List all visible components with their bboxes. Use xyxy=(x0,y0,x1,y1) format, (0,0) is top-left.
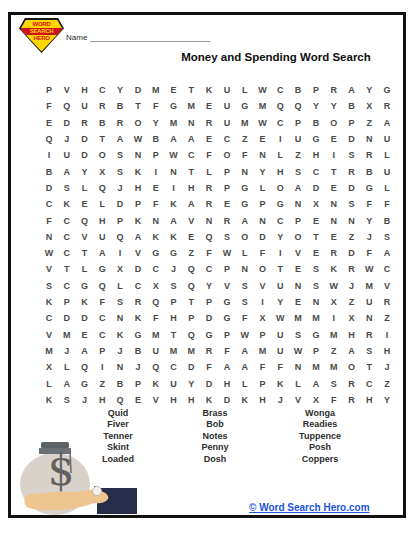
grid-cell: T xyxy=(325,163,343,179)
grid-cell: Y xyxy=(254,163,272,179)
grid-cell: T xyxy=(271,261,289,277)
grid-cell: V xyxy=(378,278,396,294)
grid-cell: R xyxy=(378,294,396,310)
grid-cell: U xyxy=(93,229,111,245)
grid-cell: E xyxy=(254,131,272,147)
grid-cell: L xyxy=(378,180,396,196)
name-label: Name xyxy=(66,33,87,42)
grid-cell: T xyxy=(182,163,200,179)
name-row: Name ___________________________ xyxy=(66,33,210,42)
grid-cell: G xyxy=(236,196,254,212)
grid-cell: N xyxy=(236,261,254,277)
grid-cell: W xyxy=(129,131,147,147)
grid-cell: E xyxy=(182,229,200,245)
word-item: Wonga xyxy=(260,408,380,419)
grid-cell: P xyxy=(218,261,236,277)
grid-cell: Y xyxy=(271,229,289,245)
grid-cell: K xyxy=(165,229,183,245)
grid-cell: A xyxy=(58,375,76,391)
grid-cell: L xyxy=(378,147,396,163)
grid-cell: R xyxy=(343,163,361,179)
grid-cell: R xyxy=(76,115,94,131)
grid-cell: X xyxy=(254,310,272,326)
grid-cell: L xyxy=(76,261,94,277)
grid-cell: Y xyxy=(325,98,343,114)
grid-cell: Q xyxy=(58,98,76,114)
grid-cell: K xyxy=(58,196,76,212)
grid-cell: C xyxy=(93,82,111,98)
grid-cell: H xyxy=(165,392,183,408)
grid-cell: R xyxy=(343,261,361,277)
grid-cell: A xyxy=(218,359,236,375)
grid-cell: N xyxy=(343,212,361,228)
grid-cell: F xyxy=(147,98,165,114)
grid-cell: I xyxy=(378,326,396,342)
grid-cell: W xyxy=(236,326,254,342)
grid-cell: H xyxy=(129,180,147,196)
grid-cell: E xyxy=(129,392,147,408)
grid-cell: B xyxy=(40,163,58,179)
grid-cell: N xyxy=(254,212,272,228)
grid-cell: D xyxy=(129,261,147,277)
grid-cell: R xyxy=(325,245,343,261)
grid-cell: S xyxy=(111,294,129,310)
grid-cell: R xyxy=(343,375,361,391)
grid-cell: P xyxy=(129,375,147,391)
grid-cell: G xyxy=(271,196,289,212)
grid-cell: Q xyxy=(93,180,111,196)
grid-cell: N xyxy=(360,131,378,147)
grid-cell: L xyxy=(76,180,94,196)
grid-cell: M xyxy=(307,310,325,326)
grid-cell: K xyxy=(76,294,94,310)
grid-cell: L xyxy=(236,82,254,98)
grid-cell: S xyxy=(236,278,254,294)
grid-cell: V xyxy=(129,245,147,261)
grid-cell: Z xyxy=(360,115,378,131)
grid-cell: O xyxy=(254,261,272,277)
grid-cell: P xyxy=(58,294,76,310)
grid-cell: C xyxy=(93,310,111,326)
grid-cell: T xyxy=(76,245,94,261)
grid-cell: N xyxy=(40,229,58,245)
grid-cell: W xyxy=(165,147,183,163)
grid-cell: U xyxy=(271,278,289,294)
grid-cell: R xyxy=(129,294,147,310)
grid-cell: C xyxy=(93,326,111,342)
grid-cell: Q xyxy=(93,278,111,294)
grid-cell: X xyxy=(111,261,129,277)
grid-cell: K xyxy=(271,375,289,391)
grid-cell: D xyxy=(200,375,218,391)
word-search-hero-link[interactable]: © Word Search Hero.com xyxy=(249,502,370,513)
grid-cell: C xyxy=(58,278,76,294)
grid-cell: R xyxy=(200,196,218,212)
grid-cell: L xyxy=(236,245,254,261)
grid-cell: D xyxy=(343,131,361,147)
grid-cell: F xyxy=(93,294,111,310)
grid-cell: U xyxy=(58,147,76,163)
grid-cell: A xyxy=(343,343,361,359)
grid-cell: R xyxy=(111,115,129,131)
grid-cell: Z xyxy=(343,294,361,310)
grid-cell: J xyxy=(343,278,361,294)
grid-cell: W xyxy=(360,261,378,277)
word-item: Penny xyxy=(155,442,275,453)
grid-cell: E xyxy=(165,82,183,98)
grid-cell: F xyxy=(40,212,58,228)
grid-cell: F xyxy=(200,245,218,261)
grid-cell: E xyxy=(325,180,343,196)
grid-cell: C xyxy=(40,196,58,212)
grid-cell: I xyxy=(165,180,183,196)
grid-cell: G xyxy=(307,131,325,147)
grid-cell: U xyxy=(218,115,236,131)
grid-cell: A xyxy=(76,343,94,359)
grid-cell: V xyxy=(58,82,76,98)
grid-cell: E xyxy=(147,180,165,196)
grid-cell: F xyxy=(360,196,378,212)
grid-cell: G xyxy=(200,326,218,342)
grid-cell: P xyxy=(200,294,218,310)
grid-cell: S xyxy=(58,392,76,408)
grid-cell: A xyxy=(378,115,396,131)
grid-cell: H xyxy=(182,392,200,408)
grid-cell: B xyxy=(111,98,129,114)
grid-cell: F xyxy=(254,245,272,261)
grid-cell: H xyxy=(378,343,396,359)
grid-cell: O xyxy=(325,115,343,131)
grid-cell: Z xyxy=(236,131,254,147)
grid-cell: M xyxy=(360,278,378,294)
grid-cell: S xyxy=(111,147,129,163)
worksheet-page: WORD SEARCH HERO Name __________________… xyxy=(8,12,406,518)
grid-cell: L xyxy=(40,375,58,391)
name-blank-line[interactable]: ___________________________ xyxy=(90,33,210,42)
grid-cell: J xyxy=(165,261,183,277)
grid-cell: J xyxy=(378,359,396,375)
grid-cell: P xyxy=(289,212,307,228)
grid-cell: U xyxy=(147,343,165,359)
grid-cell: Z xyxy=(378,375,396,391)
grid-cell: C xyxy=(58,245,76,261)
grid-cell: G xyxy=(378,82,396,98)
grid-cell: S xyxy=(111,163,129,179)
grid-cell: M xyxy=(254,343,272,359)
grid-cell: Q xyxy=(182,326,200,342)
grid-cell: U xyxy=(378,131,396,147)
grid-cell: P xyxy=(289,115,307,131)
grid-cell: Y xyxy=(378,392,396,408)
grid-cell: P xyxy=(254,196,272,212)
grid-cell: P xyxy=(254,326,272,342)
grid-cell: C xyxy=(271,82,289,98)
grid-cell: L xyxy=(236,375,254,391)
grid-cell: F xyxy=(200,147,218,163)
grid-cell: G xyxy=(147,245,165,261)
grid-cell: H xyxy=(307,147,325,163)
grid-cell: E xyxy=(289,294,307,310)
grid-cell: E xyxy=(200,98,218,114)
grid-cell: C xyxy=(271,212,289,228)
grid-cell: X xyxy=(40,359,58,375)
grid-cell: F xyxy=(254,359,272,375)
grid-cell: Y xyxy=(200,278,218,294)
grid-cell: I xyxy=(325,310,343,326)
grid-cell: K xyxy=(40,392,58,408)
grid-cell: H xyxy=(93,392,111,408)
grid-cell: T xyxy=(182,82,200,98)
grid-cell: A xyxy=(165,131,183,147)
word-item: Bob xyxy=(155,419,275,430)
grid-cell: S xyxy=(40,278,58,294)
grid-cell: W xyxy=(254,82,272,98)
grid-cell: P xyxy=(307,343,325,359)
grid-cell: P xyxy=(165,294,183,310)
grid-cell: M xyxy=(147,326,165,342)
word-list-column-2: BrassBobNotesPennyDosh xyxy=(155,408,275,465)
grid-cell: Y xyxy=(182,375,200,391)
grid-cell: Y xyxy=(76,163,94,179)
grid-cell: K xyxy=(129,163,147,179)
word-item: Notes xyxy=(155,431,275,442)
grid-cell: P xyxy=(40,82,58,98)
grid-cell: B xyxy=(111,375,129,391)
grid-cell: O xyxy=(218,147,236,163)
grid-cell: N xyxy=(289,359,307,375)
grid-cell: T xyxy=(307,229,325,245)
grid-cell: U xyxy=(289,131,307,147)
grid-cell: X xyxy=(93,163,111,179)
grid-cell: L xyxy=(289,375,307,391)
grid-cell: H xyxy=(343,326,361,342)
grid-cell: P xyxy=(343,115,361,131)
grid-cell: G xyxy=(236,98,254,114)
grid-cell: G xyxy=(165,98,183,114)
grid-cell: M xyxy=(58,326,76,342)
grid-cell: D xyxy=(58,310,76,326)
grid-cell: B xyxy=(378,212,396,228)
grid-cell: Q xyxy=(76,212,94,228)
grid-cell: I xyxy=(40,147,58,163)
grid-cell: C xyxy=(307,163,325,179)
grid-cell: Q xyxy=(200,229,218,245)
grid-cell: M xyxy=(236,115,254,131)
grid-cell: Z xyxy=(325,343,343,359)
grid-cell: H xyxy=(182,180,200,196)
grid-cell: K xyxy=(200,82,218,98)
grid-cell: R xyxy=(325,82,343,98)
grid-cell: X xyxy=(360,98,378,114)
grid-cell: A xyxy=(111,131,129,147)
grid-cell: Y xyxy=(147,115,165,131)
grid-cell: F xyxy=(360,245,378,261)
grid-cell: W xyxy=(325,278,343,294)
grid-cell: N xyxy=(325,212,343,228)
grid-cell: H xyxy=(271,163,289,179)
grid-cell: V xyxy=(147,392,165,408)
grid-cell: D xyxy=(343,245,361,261)
grid-cell: S xyxy=(289,326,307,342)
logo-text-word: WORD xyxy=(33,21,51,28)
grid-cell: F xyxy=(200,359,218,375)
grid-cell: O xyxy=(236,229,254,245)
grid-cell: J xyxy=(360,229,378,245)
grid-cell: E xyxy=(289,261,307,277)
grid-cell: Z xyxy=(182,245,200,261)
word-item: Coppers xyxy=(260,454,380,465)
grid-cell: Q xyxy=(76,359,94,375)
grid-cell: F xyxy=(325,392,343,408)
grid-cell: K xyxy=(129,212,147,228)
money-bag-illustration: $ xyxy=(17,441,149,515)
grid-cell: U xyxy=(271,343,289,359)
grid-cell: A xyxy=(236,212,254,228)
word-item: Tuppence xyxy=(260,431,380,442)
grid-cell: P xyxy=(218,326,236,342)
word-item: Dosh xyxy=(155,454,275,465)
word-item: Brass xyxy=(155,408,275,419)
grid-cell: I xyxy=(325,147,343,163)
grid-cell: S xyxy=(307,278,325,294)
grid-cell: J xyxy=(111,343,129,359)
grid-cell: R xyxy=(200,180,218,196)
grid-cell: C xyxy=(58,212,76,228)
grid-cell: D xyxy=(182,359,200,375)
grid-cell: A xyxy=(307,375,325,391)
grid-cell: J xyxy=(129,359,147,375)
grid-cell: D xyxy=(111,196,129,212)
grid-cell: E xyxy=(200,131,218,147)
grid-cell: O xyxy=(271,180,289,196)
grid-cell: H xyxy=(360,392,378,408)
grid-cell: T xyxy=(58,261,76,277)
grid-cell: V xyxy=(40,326,58,342)
grid-cell: T xyxy=(93,131,111,147)
grid-cell: P xyxy=(147,147,165,163)
grid-cell: T xyxy=(182,294,200,310)
grid-cell: U xyxy=(218,98,236,114)
grid-cell: A xyxy=(236,359,254,375)
grid-cell: M xyxy=(182,98,200,114)
grid-cell: G xyxy=(76,278,94,294)
grid-cell: Q xyxy=(182,278,200,294)
grid-cell: N xyxy=(129,147,147,163)
grid-cell: F xyxy=(147,310,165,326)
grid-cell: J xyxy=(58,343,76,359)
grid-cell: P xyxy=(182,310,200,326)
grid-cell: Q xyxy=(271,98,289,114)
grid-cell: V xyxy=(289,392,307,408)
grid-cell: L xyxy=(200,163,218,179)
grid-cell: R xyxy=(360,326,378,342)
grid-cell: I xyxy=(254,294,272,310)
grid-cell: H xyxy=(165,310,183,326)
grid-cell: E xyxy=(307,212,325,228)
grid-cell: A xyxy=(236,343,254,359)
grid-cell: E xyxy=(325,229,343,245)
grid-cell: N xyxy=(289,278,307,294)
word-search-hero-logo-icon: WORD SEARCH HERO xyxy=(19,18,64,53)
grid-cell: F xyxy=(40,98,58,114)
grid-cell: A xyxy=(129,229,147,245)
word-list-column-3: WongaReadiesTuppencePoshCoppers xyxy=(260,408,380,465)
grid-cell: V xyxy=(254,278,272,294)
grid-cell: N xyxy=(307,294,325,310)
grid-cell: X xyxy=(307,196,325,212)
grid-cell: Y xyxy=(307,98,325,114)
grid-cell: F xyxy=(236,310,254,326)
grid-cell: M xyxy=(165,115,183,131)
grid-cell: A xyxy=(165,212,183,228)
grid-cell: P xyxy=(218,180,236,196)
page-title: Money and Spending Word Search xyxy=(171,51,381,63)
grid-cell: D xyxy=(40,180,58,196)
grid-cell: L xyxy=(111,278,129,294)
grid-cell: U xyxy=(271,326,289,342)
grid-cell: R xyxy=(200,343,218,359)
grid-cell: E xyxy=(76,326,94,342)
grid-cell: L xyxy=(271,147,289,163)
grid-cell: K xyxy=(325,261,343,277)
grid-cell: C xyxy=(129,278,147,294)
grid-cell: Y xyxy=(360,82,378,98)
grid-cell: K xyxy=(165,196,183,212)
grid-cell: H xyxy=(93,212,111,228)
grid-cell: U xyxy=(360,294,378,310)
grid-cell: C xyxy=(271,115,289,131)
grid-cell: T xyxy=(165,326,183,342)
grid-cell: C xyxy=(378,261,396,277)
grid-cell: M xyxy=(307,359,325,375)
grid-cell: I xyxy=(271,245,289,261)
grid-cell: W xyxy=(218,245,236,261)
grid-cell: P xyxy=(111,212,129,228)
grid-cell: D xyxy=(76,310,94,326)
grid-cell: J xyxy=(76,392,94,408)
grid-cell: R xyxy=(93,98,111,114)
grid-cell: P xyxy=(307,82,325,98)
grid-cell: D xyxy=(254,229,272,245)
word-item: Readies xyxy=(260,419,380,430)
grid-cell: P xyxy=(93,343,111,359)
grid-cell: C xyxy=(147,261,165,277)
grid-cell: C xyxy=(200,261,218,277)
grid-cell: J xyxy=(111,180,129,196)
grid-cell: C xyxy=(58,229,76,245)
grid-cell: H xyxy=(218,375,236,391)
grid-cell: W xyxy=(289,343,307,359)
grid-cell: K xyxy=(236,392,254,408)
grid-cell: E xyxy=(325,131,343,147)
grid-cell: K xyxy=(200,392,218,408)
grid-cell: Q xyxy=(147,359,165,375)
grid-cell: U xyxy=(76,98,94,114)
grid-cell: X xyxy=(307,392,325,408)
grid-cell: N xyxy=(236,163,254,179)
coin xyxy=(93,487,102,496)
grid-cell: I xyxy=(271,131,289,147)
grid-cell: W xyxy=(40,245,58,261)
grid-cell: S xyxy=(307,261,325,277)
word-grid: PVHCYDMETKULWCBPRAYGFQURBTFGMEUGMQQYYBXR… xyxy=(40,82,396,408)
grid-cell: R xyxy=(360,147,378,163)
grid-cell: P xyxy=(254,375,272,391)
grid-cell: O xyxy=(343,359,361,375)
grid-cell: O xyxy=(93,147,111,163)
grid-cell: N xyxy=(254,147,272,163)
grid-cell: Z xyxy=(343,229,361,245)
